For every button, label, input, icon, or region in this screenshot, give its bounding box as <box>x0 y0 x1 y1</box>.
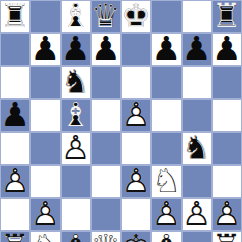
piece-fill-layer: ♝ <box>152 230 182 242</box>
piece-fill-layer: ♚ <box>121 230 151 242</box>
piece-fill-layer: ♜ <box>212 230 242 242</box>
square-g7[interactable]: ♟ <box>182 33 212 66</box>
square-e8[interactable]: ♚♔ <box>121 0 151 33</box>
white-bishop-piece[interactable]: ♝♗ <box>152 230 182 242</box>
white-knight-piece[interactable]: ♞♘ <box>152 164 182 197</box>
square-g2[interactable]: ♟♙ <box>182 198 212 231</box>
white-queen-piece[interactable]: ♛♕ <box>91 230 121 242</box>
piece-fill-layer: ♞ <box>61 65 91 98</box>
square-a5[interactable]: ♟ <box>0 99 30 132</box>
square-b1[interactable]: ♞♘ <box>30 231 60 242</box>
black-queen-piece[interactable]: ♛♕ <box>91 0 121 32</box>
square-e7[interactable] <box>121 33 151 66</box>
piece-fill-layer: ♝ <box>61 0 91 32</box>
piece-fill-layer: ♟ <box>61 131 91 164</box>
piece-fill-layer: ♛ <box>91 0 121 32</box>
black-king-piece[interactable]: ♚♔ <box>121 0 151 32</box>
square-g4[interactable]: ♞♘ <box>182 132 212 165</box>
square-f6[interactable] <box>151 66 181 99</box>
piece-fill-layer: ♞ <box>31 230 61 242</box>
square-d4[interactable] <box>91 132 121 165</box>
black-pawn-piece[interactable]: ♟ <box>152 32 182 65</box>
white-pawn-piece[interactable]: ♟♙ <box>0 164 30 197</box>
chess-board: ♜♖♝♗♛♕♚♔♜♖♟♟♟♟♟♟♞♘♟♝♗♟♙♟♙♞♘♟♙♟♙♞♘♟♙♟♙♟♙♟… <box>0 0 242 242</box>
white-king-piece[interactable]: ♚♔ <box>121 230 151 242</box>
square-g6[interactable] <box>182 66 212 99</box>
square-h1[interactable]: ♜♖ <box>212 231 242 242</box>
square-d5[interactable] <box>91 99 121 132</box>
black-bishop-piece[interactable]: ♝♗ <box>61 98 91 131</box>
piece-fill-layer: ♝ <box>61 98 91 131</box>
square-a7[interactable] <box>0 33 30 66</box>
square-d6[interactable] <box>91 66 121 99</box>
piece-fill-layer: ♟ <box>152 197 182 230</box>
square-h4[interactable] <box>212 132 242 165</box>
square-e1[interactable]: ♚♔ <box>121 231 151 242</box>
piece-fill-layer: ♛ <box>91 230 121 242</box>
black-pawn-piece[interactable]: ♟ <box>212 32 242 65</box>
white-pawn-piece[interactable]: ♟♙ <box>31 197 61 230</box>
square-a8[interactable]: ♜♖ <box>0 0 30 33</box>
square-b6[interactable] <box>30 66 60 99</box>
piece-fill-layer: ♞ <box>152 164 182 197</box>
piece-fill-layer: ♟ <box>121 98 151 131</box>
square-d1[interactable]: ♛♕ <box>91 231 121 242</box>
black-pawn-piece[interactable]: ♟ <box>0 98 30 131</box>
piece-fill-layer: ♜ <box>0 0 30 32</box>
piece-fill-layer: ♟ <box>0 164 30 197</box>
piece-fill-layer: ♟ <box>212 32 242 65</box>
piece-fill-layer: ♟ <box>152 32 182 65</box>
square-f5[interactable] <box>151 99 181 132</box>
square-c1[interactable]: ♝♗ <box>61 231 91 242</box>
piece-fill-layer: ♟ <box>31 197 61 230</box>
black-rook-piece[interactable]: ♜♖ <box>212 0 242 32</box>
square-h6[interactable] <box>212 66 242 99</box>
white-pawn-piece[interactable]: ♟♙ <box>212 197 242 230</box>
square-h7[interactable]: ♟ <box>212 33 242 66</box>
piece-fill-layer: ♟ <box>212 197 242 230</box>
white-pawn-piece[interactable]: ♟♙ <box>152 197 182 230</box>
black-pawn-piece[interactable]: ♟ <box>182 32 212 65</box>
square-e3[interactable]: ♟♙ <box>121 165 151 198</box>
black-pawn-piece[interactable]: ♟ <box>91 32 121 65</box>
piece-fill-layer: ♝ <box>61 230 91 242</box>
black-knight-piece[interactable]: ♞♘ <box>61 65 91 98</box>
black-bishop-piece[interactable]: ♝♗ <box>61 0 91 32</box>
white-rook-piece[interactable]: ♜♖ <box>0 230 30 242</box>
piece-fill-layer: ♟ <box>121 164 151 197</box>
piece-fill-layer: ♟ <box>182 32 212 65</box>
square-a1[interactable]: ♜♖ <box>0 231 30 242</box>
square-h5[interactable] <box>212 99 242 132</box>
piece-fill-layer: ♜ <box>0 230 30 242</box>
piece-fill-layer: ♜ <box>212 0 242 32</box>
square-d3[interactable] <box>91 165 121 198</box>
black-pawn-piece[interactable]: ♟ <box>31 32 61 65</box>
piece-fill-layer: ♞ <box>182 131 212 164</box>
white-pawn-piece[interactable]: ♟♙ <box>121 98 151 131</box>
square-a3[interactable]: ♟♙ <box>0 165 30 198</box>
square-b4[interactable] <box>30 132 60 165</box>
square-f1[interactable]: ♝♗ <box>151 231 181 242</box>
black-pawn-piece[interactable]: ♟ <box>61 32 91 65</box>
white-rook-piece[interactable]: ♜♖ <box>212 230 242 242</box>
white-pawn-piece[interactable]: ♟♙ <box>121 164 151 197</box>
square-f7[interactable]: ♟ <box>151 33 181 66</box>
white-pawn-piece[interactable]: ♟♙ <box>182 197 212 230</box>
piece-fill-layer: ♟ <box>0 98 30 131</box>
square-b5[interactable] <box>30 99 60 132</box>
square-b7[interactable]: ♟ <box>30 33 60 66</box>
square-e5[interactable]: ♟♙ <box>121 99 151 132</box>
black-rook-piece[interactable]: ♜♖ <box>0 0 30 32</box>
white-knight-piece[interactable]: ♞♘ <box>31 230 61 242</box>
piece-fill-layer: ♟ <box>61 32 91 65</box>
square-c4[interactable]: ♟♙ <box>61 132 91 165</box>
square-c3[interactable] <box>61 165 91 198</box>
piece-fill-layer: ♟ <box>31 32 61 65</box>
white-bishop-piece[interactable]: ♝♗ <box>61 230 91 242</box>
square-d7[interactable]: ♟ <box>91 33 121 66</box>
piece-fill-layer: ♟ <box>91 32 121 65</box>
white-pawn-piece[interactable]: ♟♙ <box>61 131 91 164</box>
piece-fill-layer: ♚ <box>121 0 151 32</box>
black-knight-piece[interactable]: ♞♘ <box>182 131 212 164</box>
piece-fill-layer: ♟ <box>182 197 212 230</box>
